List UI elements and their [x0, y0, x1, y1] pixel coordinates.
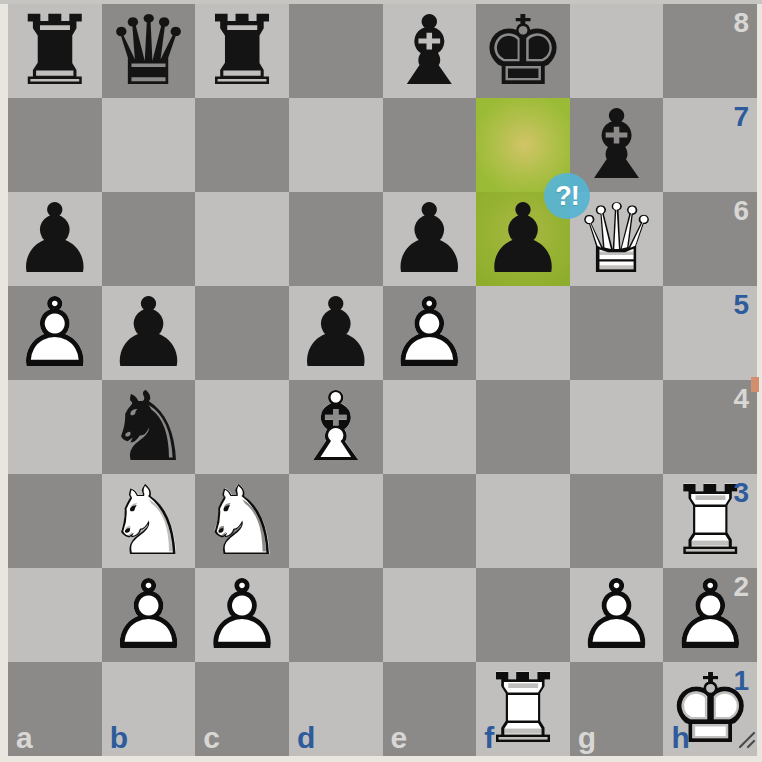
square-g4[interactable] [570, 380, 664, 474]
white-pawn-outline-glyph: ♙ [663, 568, 757, 662]
square-g8[interactable] [570, 4, 664, 98]
white-pawn-outline-glyph: ♙ [383, 286, 477, 380]
square-e2[interactable] [383, 568, 477, 662]
square-g2[interactable]: ♟♙ [570, 568, 664, 662]
square-c3[interactable]: ♞♘ [195, 474, 289, 568]
square-b2[interactable]: ♟♙ [102, 568, 196, 662]
square-f4[interactable] [476, 380, 570, 474]
black-queen-glyph: ♛ [102, 4, 196, 98]
square-g3[interactable] [570, 474, 664, 568]
white-pawn-glyph: ♟ [8, 286, 102, 380]
piece-black-knight[interactable]: ♞ [102, 380, 196, 474]
white-pawn-outline-glyph: ♙ [102, 568, 196, 662]
square-h8[interactable]: 8 [663, 4, 757, 98]
piece-black-pawn[interactable]: ♟ [102, 286, 196, 380]
piece-white-pawn[interactable]: ♟♙ [195, 568, 289, 662]
square-b7[interactable] [102, 98, 196, 192]
black-pawn-glyph: ♟ [383, 192, 477, 286]
black-king-glyph: ♚ [476, 4, 570, 98]
piece-white-bishop[interactable]: ♝♗ [289, 380, 383, 474]
black-pawn-glyph: ♟ [8, 192, 102, 286]
square-d7[interactable] [289, 98, 383, 192]
piece-white-pawn[interactable]: ♟♙ [8, 286, 102, 380]
white-rook-glyph: ♜ [663, 474, 757, 568]
square-f5[interactable] [476, 286, 570, 380]
white-knight-glyph: ♞ [102, 474, 196, 568]
resize-diagonal-lines-icon [733, 726, 757, 750]
piece-black-pawn[interactable]: ♟ [289, 286, 383, 380]
board-resize-handle[interactable] [733, 726, 757, 750]
square-a2[interactable] [8, 568, 102, 662]
file-label-g: g [578, 721, 596, 755]
rank-label-7: 7 [733, 101, 749, 133]
white-pawn-outline-glyph: ♙ [195, 568, 289, 662]
square-b4[interactable]: ♞ [102, 380, 196, 474]
file-label-b: b [110, 721, 128, 755]
square-a4[interactable] [8, 380, 102, 474]
square-f3[interactable] [476, 474, 570, 568]
square-c4[interactable] [195, 380, 289, 474]
white-pawn-glyph: ♟ [570, 568, 664, 662]
white-rook-outline-glyph: ♖ [476, 662, 570, 756]
piece-white-rook[interactable]: ♜♖ [663, 474, 757, 568]
square-a6[interactable]: ♟ [8, 192, 102, 286]
square-h2[interactable]: ♟♙2 [663, 568, 757, 662]
piece-black-king[interactable]: ♚ [476, 4, 570, 98]
file-label-d: d [297, 721, 315, 755]
square-e3[interactable] [383, 474, 477, 568]
file-label-e: e [391, 721, 408, 755]
square-e6[interactable]: ♟ [383, 192, 477, 286]
square-c7[interactable] [195, 98, 289, 192]
square-a3[interactable] [8, 474, 102, 568]
black-rook-glyph: ♜ [195, 4, 289, 98]
square-e1[interactable]: e [383, 662, 477, 756]
file-label-a: a [16, 721, 33, 755]
rank-label-8: 8 [733, 7, 749, 39]
square-b1[interactable]: b [102, 662, 196, 756]
white-pawn-glyph: ♟ [663, 568, 757, 662]
file-label-c: c [203, 721, 220, 755]
eval-gauge-tick [751, 377, 759, 392]
square-h7[interactable]: 7 [663, 98, 757, 192]
square-f1[interactable]: ♜♖f [476, 662, 570, 756]
white-pawn-outline-glyph: ♙ [8, 286, 102, 380]
square-h4[interactable]: 4 [663, 380, 757, 474]
square-c2[interactable]: ♟♙ [195, 568, 289, 662]
piece-black-queen[interactable]: ♛ [102, 4, 196, 98]
square-e4[interactable] [383, 380, 477, 474]
square-b3[interactable]: ♞♘ [102, 474, 196, 568]
piece-black-bishop[interactable]: ♝ [570, 98, 664, 192]
move-annotation-badge: ?! [544, 173, 590, 219]
square-a5[interactable]: ♟♙ [8, 286, 102, 380]
white-pawn-outline-glyph: ♙ [570, 568, 664, 662]
piece-white-rook[interactable]: ♜♖ [476, 662, 570, 756]
square-e8[interactable]: ♝ [383, 4, 477, 98]
piece-black-rook[interactable]: ♜ [8, 4, 102, 98]
rank-label-5: 5 [733, 289, 749, 321]
piece-black-bishop[interactable]: ♝ [383, 4, 477, 98]
square-d8[interactable] [289, 4, 383, 98]
rank-label-4: 4 [733, 383, 749, 415]
white-pawn-glyph: ♟ [102, 568, 196, 662]
square-e5[interactable]: ♟♙ [383, 286, 477, 380]
square-f8[interactable]: ♚ [476, 4, 570, 98]
square-b6[interactable] [102, 192, 196, 286]
square-g5[interactable] [570, 286, 664, 380]
black-knight-glyph: ♞ [102, 380, 196, 474]
square-d3[interactable] [289, 474, 383, 568]
square-d2[interactable] [289, 568, 383, 662]
square-f2[interactable] [476, 568, 570, 662]
piece-white-pawn[interactable]: ♟♙ [102, 568, 196, 662]
piece-white-pawn[interactable]: ♟♙ [383, 286, 477, 380]
piece-black-rook[interactable]: ♜ [195, 4, 289, 98]
square-c8[interactable]: ♜ [195, 4, 289, 98]
piece-white-knight[interactable]: ♞♘ [102, 474, 196, 568]
white-rook-glyph: ♜ [476, 662, 570, 756]
page: { "game": "chess", "position": { "fen": … [0, 0, 762, 762]
square-g7[interactable]: ♝ [570, 98, 664, 192]
black-pawn-glyph: ♟ [289, 286, 383, 380]
black-bishop-glyph: ♝ [383, 4, 477, 98]
chess-board: ♜♛♜♝♚8♝7♟♟♟♛♕6♟♙♟♟♟♙5♞♝♗4♞♘♞♘♜♖3♟♙♟♙♟♙♟♙… [8, 4, 757, 756]
white-knight-outline-glyph: ♘ [102, 474, 196, 568]
square-b8[interactable]: ♛ [102, 4, 196, 98]
white-pawn-glyph: ♟ [383, 286, 477, 380]
square-c5[interactable] [195, 286, 289, 380]
square-d4[interactable]: ♝♗ [289, 380, 383, 474]
square-a1[interactable]: a [8, 662, 102, 756]
black-rook-glyph: ♜ [8, 4, 102, 98]
white-knight-glyph: ♞ [195, 474, 289, 568]
square-d5[interactable]: ♟ [289, 286, 383, 380]
square-h6[interactable]: 6 [663, 192, 757, 286]
square-h3[interactable]: ♜♖3 [663, 474, 757, 568]
white-knight-outline-glyph: ♘ [195, 474, 289, 568]
piece-black-pawn[interactable]: ♟ [8, 192, 102, 286]
square-d6[interactable] [289, 192, 383, 286]
black-bishop-glyph: ♝ [570, 98, 664, 192]
square-b5[interactable]: ♟ [102, 286, 196, 380]
square-d1[interactable]: d [289, 662, 383, 756]
black-pawn-glyph: ♟ [102, 286, 196, 380]
square-a8[interactable]: ♜ [8, 4, 102, 98]
square-e7[interactable] [383, 98, 477, 192]
white-bishop-outline-glyph: ♗ [289, 380, 383, 474]
piece-white-pawn[interactable]: ♟♙ [663, 568, 757, 662]
square-a7[interactable] [8, 98, 102, 192]
square-c1[interactable]: c [195, 662, 289, 756]
rank-label-6: 6 [733, 195, 749, 227]
square-h5[interactable]: 5 [663, 286, 757, 380]
piece-white-knight[interactable]: ♞♘ [195, 474, 289, 568]
piece-black-pawn[interactable]: ♟ [383, 192, 477, 286]
square-c6[interactable] [195, 192, 289, 286]
white-bishop-glyph: ♝ [289, 380, 383, 474]
piece-white-pawn[interactable]: ♟♙ [570, 568, 664, 662]
square-g1[interactable]: g [570, 662, 664, 756]
white-rook-outline-glyph: ♖ [663, 474, 757, 568]
white-pawn-glyph: ♟ [195, 568, 289, 662]
